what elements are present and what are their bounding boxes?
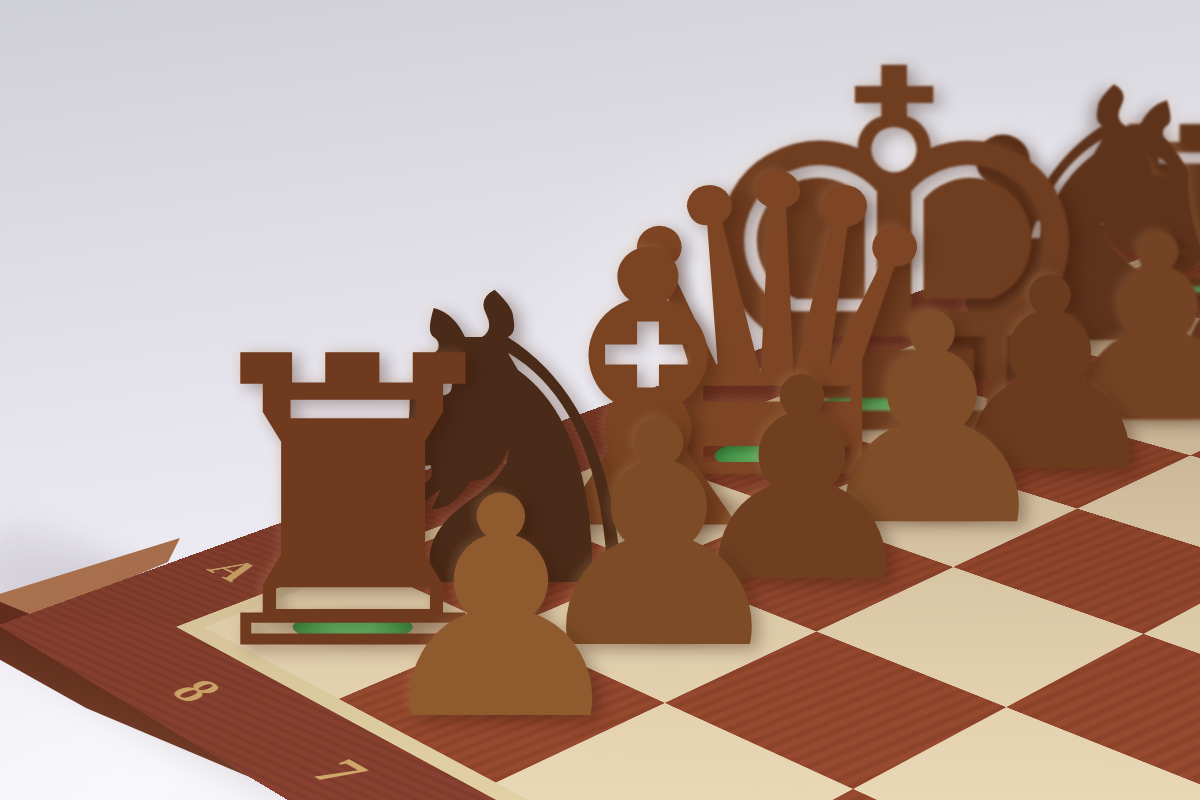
piece-pawn-a7: ♟ <box>364 457 637 707</box>
pieces-layer: ♜♞♝♛♚♝♞♜♟♟♟♟♟♟♟ <box>0 0 1200 800</box>
studio-scene: ABCDEFGH 87654321 ♜♞♝♛♚♝♞♜♟♟♟♟♟♟♟ <box>0 0 1200 800</box>
pawn-icon: ♟ <box>364 457 637 762</box>
